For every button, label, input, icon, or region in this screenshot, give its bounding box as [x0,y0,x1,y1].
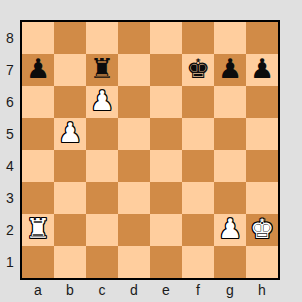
file-labels: abcdefgh [22,280,278,300]
black-king[interactable]: ♚ [186,54,210,85]
square-c2[interactable] [86,214,118,246]
black-rook[interactable]: ♜ [90,54,114,85]
square-g4[interactable] [214,150,246,182]
square-g7[interactable]: ♟ [214,54,246,86]
square-b8[interactable] [54,22,86,54]
file-label-d: d [118,280,150,300]
square-h3[interactable] [246,182,278,214]
square-b6[interactable] [54,86,86,118]
rank-labels: 87654321 [0,22,20,278]
white-pawn[interactable]: ♟ [58,118,82,149]
file-label-e: e [150,280,182,300]
square-d4[interactable] [118,150,150,182]
square-d6[interactable] [118,86,150,118]
square-e7[interactable] [150,54,182,86]
square-d3[interactable] [118,182,150,214]
square-e2[interactable] [150,214,182,246]
square-f5[interactable] [182,118,214,150]
square-e8[interactable] [150,22,182,54]
square-c5[interactable] [86,118,118,150]
white-pawn[interactable]: ♟ [90,86,114,117]
square-e5[interactable] [150,118,182,150]
square-g3[interactable] [214,182,246,214]
square-c3[interactable] [86,182,118,214]
square-h4[interactable] [246,150,278,182]
square-b1[interactable] [54,246,86,278]
black-pawn[interactable]: ♟ [26,54,50,85]
square-e3[interactable] [150,182,182,214]
square-b5[interactable]: ♟ [54,118,86,150]
rank-label-3: 3 [0,182,20,214]
square-f6[interactable] [182,86,214,118]
square-a6[interactable] [22,86,54,118]
square-h2[interactable]: ♚ [246,214,278,246]
chess-board: ♟♜♚♟♟♟♟♜♟♚ [20,20,280,280]
square-d8[interactable] [118,22,150,54]
square-h8[interactable] [246,22,278,54]
square-g1[interactable] [214,246,246,278]
square-g8[interactable] [214,22,246,54]
square-a5[interactable] [22,118,54,150]
square-b7[interactable] [54,54,86,86]
black-pawn[interactable]: ♟ [250,54,274,85]
square-f7[interactable]: ♚ [182,54,214,86]
square-h7[interactable]: ♟ [246,54,278,86]
rank-label-8: 8 [0,22,20,54]
file-label-h: h [246,280,278,300]
square-a1[interactable] [22,246,54,278]
square-a2[interactable]: ♜ [22,214,54,246]
square-d2[interactable] [118,214,150,246]
white-rook[interactable]: ♜ [26,214,50,245]
square-h5[interactable] [246,118,278,150]
file-label-c: c [86,280,118,300]
square-f8[interactable] [182,22,214,54]
square-e4[interactable] [150,150,182,182]
file-label-f: f [182,280,214,300]
rank-label-2: 2 [0,214,20,246]
square-c7[interactable]: ♜ [86,54,118,86]
square-d5[interactable] [118,118,150,150]
square-a7[interactable]: ♟ [22,54,54,86]
file-label-a: a [22,280,54,300]
square-g6[interactable] [214,86,246,118]
rank-label-4: 4 [0,150,20,182]
square-a3[interactable] [22,182,54,214]
square-h1[interactable] [246,246,278,278]
square-d7[interactable] [118,54,150,86]
rank-label-1: 1 [0,246,20,278]
square-a4[interactable] [22,150,54,182]
file-label-g: g [214,280,246,300]
square-f4[interactable] [182,150,214,182]
square-c8[interactable] [86,22,118,54]
square-g2[interactable]: ♟ [214,214,246,246]
square-c1[interactable] [86,246,118,278]
square-e1[interactable] [150,246,182,278]
square-b3[interactable] [54,182,86,214]
square-h6[interactable] [246,86,278,118]
square-e6[interactable] [150,86,182,118]
square-f3[interactable] [182,182,214,214]
square-b2[interactable] [54,214,86,246]
rank-label-7: 7 [0,54,20,86]
square-f1[interactable] [182,246,214,278]
square-g5[interactable] [214,118,246,150]
square-b4[interactable] [54,150,86,182]
square-a8[interactable] [22,22,54,54]
chess-diagram: 87654321 ♟♜♚♟♟♟♟♜♟♚ abcdefgh [0,0,302,302]
square-d1[interactable] [118,246,150,278]
white-pawn[interactable]: ♟ [218,214,242,245]
square-c6[interactable]: ♟ [86,86,118,118]
square-f2[interactable] [182,214,214,246]
square-c4[interactable] [86,150,118,182]
file-label-b: b [54,280,86,300]
black-pawn[interactable]: ♟ [218,54,242,85]
white-king[interactable]: ♚ [250,214,274,245]
rank-label-6: 6 [0,86,20,118]
rank-label-5: 5 [0,118,20,150]
